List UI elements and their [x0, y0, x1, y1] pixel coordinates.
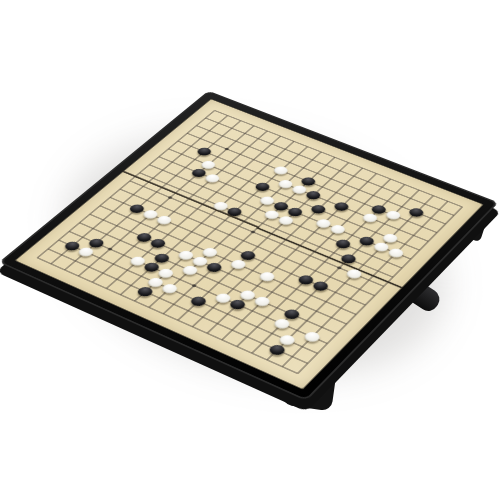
- hoshi-point: [191, 284, 197, 288]
- go-board: [0, 91, 499, 401]
- hoshi-point: [250, 230, 256, 234]
- product-photo-scene: [0, 0, 500, 500]
- hoshi-point: [107, 247, 113, 251]
- board-frame: [0, 91, 499, 401]
- fold-seam: [256, 227, 403, 289]
- grid-line: [192, 168, 362, 327]
- hoshi-point: [224, 147, 230, 150]
- hoshi-point: [167, 196, 173, 199]
- hoshi-point: [336, 266, 342, 270]
- grid-line: [206, 118, 454, 215]
